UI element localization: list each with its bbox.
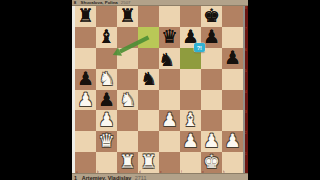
white-pawn: ♟ — [159, 110, 180, 131]
black-rook: ♜ — [75, 6, 96, 27]
chess-board[interactable]: ?! ♜♜♚♝♛♟♟♞♟♟♞♞♟♟♞♟♟♝♛♟♟♟ab♜c♜def♚gh — [75, 6, 243, 173]
square-c3[interactable] — [117, 110, 138, 131]
square-c7[interactable] — [117, 27, 138, 48]
square-d3[interactable] — [138, 110, 159, 131]
square-b8[interactable] — [96, 6, 117, 27]
square-b3[interactable]: ♟ — [96, 110, 117, 131]
bottom-player-name: Artemiev, Vladislav — [82, 175, 131, 180]
white-bishop: ♝ — [180, 110, 201, 131]
square-e8[interactable] — [159, 6, 180, 27]
square-c8[interactable]: ♜ — [117, 6, 138, 27]
square-f1[interactable]: f — [180, 152, 201, 173]
square-e5[interactable] — [159, 69, 180, 90]
square-b7[interactable]: ♝ — [96, 27, 117, 48]
square-c1[interactable]: ♜c — [117, 152, 138, 173]
square-a5[interactable]: ♟ — [75, 69, 96, 90]
square-e7[interactable]: ♛ — [159, 27, 180, 48]
square-g3[interactable] — [201, 110, 222, 131]
top-corner-label: 8 — [74, 0, 76, 4]
square-a6[interactable] — [75, 48, 96, 69]
square-e1[interactable]: e — [159, 152, 180, 173]
rank-label-strip: 87654321 — [245, 6, 249, 173]
square-h7[interactable] — [222, 27, 243, 48]
file-coordinate-b: b — [97, 170, 99, 173]
black-bishop: ♝ — [96, 27, 117, 48]
square-d2[interactable] — [138, 131, 159, 152]
square-a2[interactable] — [75, 131, 96, 152]
chess-app: 8 Shuvalova, Polina 2507 ?! ♜♜♚♝♛♟♟♞♟♟♞♞… — [72, 0, 248, 180]
bottom-player-bar: 1 Artemiev, Vladislav 2711 — [72, 173, 248, 180]
square-h5[interactable] — [222, 69, 243, 90]
white-pawn: ♟ — [75, 90, 96, 111]
square-a7[interactable] — [75, 27, 96, 48]
bottom-corner-label: 1 — [74, 175, 77, 180]
black-pawn: ♟ — [75, 69, 96, 90]
square-d4[interactable] — [138, 90, 159, 111]
square-e3[interactable]: ♟ — [159, 110, 180, 131]
square-h8[interactable] — [222, 6, 243, 27]
square-g1[interactable]: ♚g — [201, 152, 222, 173]
rank-label-2: 2 — [245, 131, 249, 152]
square-f8[interactable] — [180, 6, 201, 27]
file-coordinate-c: c — [118, 170, 120, 173]
rank-label-6: 6 — [245, 48, 249, 69]
black-pawn: ♟ — [222, 48, 243, 69]
square-h2[interactable]: ♟ — [222, 131, 243, 152]
rank-label-3: 3 — [245, 110, 249, 131]
square-a8[interactable]: ♜ — [75, 6, 96, 27]
board-area: ?! ♜♜♚♝♛♟♟♞♟♟♞♞♟♟♞♟♟♝♛♟♟♟ab♜c♜def♚gh 876… — [72, 6, 248, 173]
rank-label-4: 4 — [245, 90, 249, 111]
square-h4[interactable] — [222, 90, 243, 111]
square-c6[interactable] — [117, 48, 138, 69]
rank-label-7: 7 — [245, 27, 249, 48]
file-coordinate-g: g — [202, 170, 204, 173]
square-e4[interactable] — [159, 90, 180, 111]
file-coordinate-e: e — [160, 170, 162, 173]
square-d1[interactable]: ♜d — [138, 152, 159, 173]
square-e6[interactable]: ♞ — [159, 48, 180, 69]
white-pawn: ♟ — [96, 110, 117, 131]
square-c5[interactable] — [117, 69, 138, 90]
white-rook: ♜ — [117, 152, 138, 173]
white-rook: ♜ — [138, 152, 159, 173]
square-b2[interactable]: ♛ — [96, 131, 117, 152]
black-queen: ♛ — [159, 27, 180, 48]
rank-label-8: 8 — [245, 6, 249, 27]
square-c2[interactable] — [117, 131, 138, 152]
square-e2[interactable] — [159, 131, 180, 152]
white-king: ♚ — [201, 152, 222, 173]
bottom-player-rating: 2711 — [135, 175, 147, 180]
square-h1[interactable]: h — [222, 152, 243, 173]
black-rook: ♜ — [117, 6, 138, 27]
square-a4[interactable]: ♟ — [75, 90, 96, 111]
white-knight: ♞ — [96, 69, 117, 90]
file-coordinate-f: f — [181, 170, 182, 173]
file-coordinate-h: h — [223, 170, 225, 173]
black-pawn: ♟ — [96, 90, 117, 111]
square-g2[interactable]: ♟ — [201, 131, 222, 152]
square-f3[interactable]: ♝ — [180, 110, 201, 131]
square-g5[interactable] — [201, 69, 222, 90]
black-king: ♚ — [201, 6, 222, 27]
white-pawn: ♟ — [180, 131, 201, 152]
video-frame: 8 Shuvalova, Polina 2507 ?! ♜♜♚♝♛♟♟♞♟♟♞♞… — [0, 0, 320, 180]
board-right-margin: 87654321 — [243, 6, 248, 173]
square-f2[interactable]: ♟ — [180, 131, 201, 152]
white-pawn: ♟ — [201, 131, 222, 152]
file-coordinate-a: a — [76, 170, 78, 173]
square-b5[interactable]: ♞ — [96, 69, 117, 90]
white-knight: ♞ — [117, 90, 138, 111]
square-d8[interactable] — [138, 6, 159, 27]
black-knight: ♞ — [156, 50, 177, 71]
move-quality-text: ?! — [197, 44, 202, 50]
square-f4[interactable] — [180, 90, 201, 111]
rank-label-5: 5 — [245, 69, 249, 90]
square-h3[interactable] — [222, 110, 243, 131]
square-h6[interactable]: ♟ — [222, 48, 243, 69]
white-pawn: ♟ — [222, 131, 243, 152]
square-b6[interactable] — [96, 48, 117, 69]
square-b4[interactable]: ♟ — [96, 90, 117, 111]
rank-label-1: 1 — [245, 152, 249, 173]
black-knight: ♞ — [138, 69, 159, 90]
square-d7[interactable] — [138, 27, 159, 48]
square-f5[interactable] — [180, 69, 201, 90]
square-d5[interactable]: ♞ — [138, 69, 159, 90]
move-quality-badge: ?! — [194, 43, 205, 52]
square-a3[interactable] — [75, 110, 96, 131]
square-b1[interactable]: b — [96, 152, 117, 173]
file-coordinate-d: d — [139, 170, 141, 173]
white-queen: ♛ — [96, 131, 117, 152]
square-c4[interactable]: ♞ — [117, 90, 138, 111]
square-a1[interactable]: a — [75, 152, 96, 173]
square-g4[interactable] — [201, 90, 222, 111]
square-g8[interactable]: ♚ — [201, 6, 222, 27]
